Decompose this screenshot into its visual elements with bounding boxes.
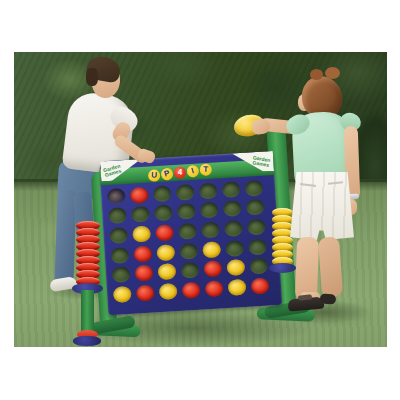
logo-letter: 4: [174, 167, 186, 179]
board-cell-r6c3: [156, 281, 180, 302]
board-cell-r1c5: [196, 180, 220, 201]
board-cell-r1c1: [105, 186, 129, 207]
yellow-disc: [158, 264, 177, 281]
board-cell-r4c6: [222, 238, 246, 259]
board-cell-r3c6: [221, 218, 245, 239]
board-cell-r5c1: [110, 264, 134, 285]
board-cell-r3c2: [130, 224, 154, 245]
logo-letter: U: [148, 169, 160, 181]
yellow-disc: [132, 226, 151, 243]
red-disc: [130, 186, 149, 203]
empty-hole: [179, 243, 198, 260]
red-disc: [204, 280, 223, 297]
board-cell-r5c6: [224, 257, 248, 278]
yellow-disc: [156, 244, 175, 261]
board-cell-r4c4: [177, 241, 201, 262]
yellow-disc: [202, 241, 221, 258]
yellow-disc: [226, 259, 245, 276]
red-disc: [155, 224, 174, 241]
woman-hair-bun: [310, 69, 323, 80]
empty-hole: [111, 247, 130, 264]
board-cell-r1c4: [173, 182, 197, 203]
board-cell-r6c2: [134, 283, 158, 304]
board-cell-r4c1: [108, 245, 132, 266]
empty-hole: [221, 181, 240, 198]
logo-letter: T: [200, 164, 212, 176]
red-disc: [182, 282, 201, 299]
empty-hole: [198, 182, 217, 199]
board-cell-r3c7: [244, 217, 268, 238]
woman-leg: [318, 236, 343, 297]
empty-hole: [200, 202, 219, 219]
empty-hole: [180, 262, 199, 279]
board-cell-r5c5: [201, 259, 225, 280]
board-cell-r1c3: [150, 183, 174, 204]
empty-hole: [245, 199, 264, 216]
board-cell-r5c7: [246, 256, 270, 277]
board-cell-r4c2: [131, 243, 155, 264]
empty-hole: [225, 240, 244, 257]
empty-hole: [108, 207, 127, 224]
board-cell-r2c5: [197, 200, 221, 221]
board-cell-r5c2: [132, 263, 156, 284]
board-cell-r3c3: [153, 222, 177, 243]
board-cell-r2c4: [174, 201, 198, 222]
board-cell-r5c3: [155, 262, 179, 283]
board-cell-r1c6: [219, 179, 243, 200]
board-cell-r2c7: [243, 197, 267, 218]
empty-hole: [154, 205, 173, 222]
board-cell-r3c1: [107, 225, 131, 246]
board-cell-r2c6: [220, 199, 244, 220]
red-disc: [136, 285, 155, 302]
empty-hole: [112, 266, 131, 283]
empty-hole: [178, 223, 197, 240]
empty-hole: [247, 219, 266, 236]
empty-hole: [177, 203, 196, 220]
empty-hole: [153, 185, 172, 202]
photo: Garden Games Garden Games UP4IT: [14, 52, 387, 347]
empty-hole: [248, 238, 267, 255]
yellow-disc: [227, 279, 246, 296]
empty-hole: [223, 200, 242, 217]
logo-letter: P: [160, 167, 175, 182]
board-grid: [105, 177, 272, 305]
yellow-disc-stack: [272, 208, 293, 266]
board-cell-r5c4: [178, 260, 202, 281]
red-disc: [134, 245, 153, 262]
empty-hole: [107, 188, 126, 205]
board-cell-r2c3: [152, 203, 176, 224]
board-cell-r6c1: [111, 284, 135, 305]
board-cell-r4c3: [154, 242, 178, 263]
red-disc: [250, 278, 269, 295]
board-cell-r3c5: [198, 220, 222, 241]
empty-hole: [244, 179, 263, 196]
red-disc: [203, 261, 222, 278]
board-cell-r6c4: [179, 280, 203, 301]
empty-hole: [110, 227, 129, 244]
woman-sandal: [320, 293, 337, 305]
empty-hole: [201, 222, 220, 239]
board-cell-r3c4: [176, 221, 200, 242]
yellow-disc: [159, 283, 178, 300]
logo-letter: I: [185, 164, 200, 179]
board-cell-r2c1: [106, 205, 130, 226]
board-cell-r1c7: [242, 177, 266, 198]
woman-hair-bun: [325, 67, 340, 79]
board-cell-r1c2: [128, 184, 152, 205]
yellow-disc: [113, 286, 132, 303]
man-hair: [86, 68, 98, 86]
brand-line2: Games: [253, 160, 270, 168]
red-disc-stack: [76, 221, 100, 286]
board-cell-r6c5: [202, 278, 226, 299]
empty-hole: [131, 206, 150, 223]
product-photo-page: Garden Games Garden Games UP4IT: [0, 0, 400, 400]
empty-hole: [176, 184, 195, 201]
empty-hole: [249, 258, 268, 275]
red-disc: [135, 265, 154, 282]
board-cell-r4c7: [245, 236, 269, 257]
board-cell-r2c2: [129, 204, 153, 225]
right-rail-ring: [269, 263, 296, 273]
board-cell-r6c7: [248, 276, 272, 297]
board-cell-r4c5: [200, 239, 224, 260]
board-cell-r6c6: [225, 277, 249, 298]
empty-hole: [224, 220, 243, 237]
left-rail-tray: [73, 336, 101, 346]
